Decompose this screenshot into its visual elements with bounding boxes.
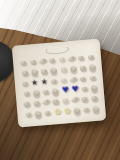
clear-silver-crystal-stud <box>20 68 30 78</box>
clear-silver-crystal-stud <box>22 89 32 99</box>
clear-silver-crystal-stud <box>24 110 34 120</box>
clear-silver-crystal-stud <box>82 105 92 115</box>
royal-blue-stud: ♥ <box>70 85 80 95</box>
clear-silver-crystal-stud <box>49 76 59 86</box>
earring-display-card: ★★♥♥✿✿ <box>12 38 107 127</box>
clear-silver-crystal-stud <box>49 66 59 76</box>
clear-silver-crystal-stud <box>47 56 57 66</box>
clear-silver-crystal-stud <box>40 67 50 77</box>
clear-silver-crystal-stud <box>92 104 102 114</box>
clear-silver-crystal-stud <box>86 53 96 63</box>
clear-silver-crystal-stud <box>41 87 51 97</box>
clear-silver-crystal-stud <box>51 97 61 107</box>
clear-silver-crystal-stud <box>38 57 48 67</box>
clear-silver-crystal-stud <box>61 96 71 106</box>
clear-silver-crystal-stud <box>69 64 79 74</box>
clear-silver-crystal-stud <box>88 63 98 73</box>
clear-silver-crystal-stud <box>69 75 79 85</box>
clear-silver-crystal-stud <box>72 106 82 116</box>
clear-silver-crystal-stud <box>18 58 28 68</box>
clear-silver-crystal-stud <box>57 55 67 65</box>
clear-silver-crystal-stud <box>80 95 90 105</box>
clear-silver-crystal-stud <box>88 73 98 83</box>
clear-silver-crystal-stud <box>77 53 87 63</box>
royal-blue-stud: ♥ <box>61 86 71 96</box>
clear-silver-crystal-stud <box>78 74 88 84</box>
clear-silver-crystal-stud <box>51 87 61 97</box>
clear-silver-crystal-stud <box>90 94 100 104</box>
clear-silver-crystal-stud <box>90 83 100 93</box>
clear-silver-crystal-stud <box>78 64 88 74</box>
photo-scene: ★★♥♥✿✿ <box>0 0 120 160</box>
clear-silver-crystal-stud <box>43 108 53 118</box>
clear-silver-crystal-stud <box>67 54 77 64</box>
clear-silver-crystal-stud <box>33 109 43 119</box>
pale-yellow-flower-stud: ✿ <box>62 106 72 116</box>
clear-silver-crystal-stud <box>20 79 30 89</box>
clear-silver-crystal-stud <box>28 57 38 67</box>
clear-silver-crystal-stud <box>59 76 69 86</box>
clear-silver-crystal-stud <box>59 65 69 75</box>
dark-star-stud: ★ <box>30 78 40 88</box>
earring-grid: ★★♥♥✿✿ <box>18 52 101 120</box>
clear-silver-crystal-stud <box>41 98 51 108</box>
clear-silver-crystal-stud <box>22 99 32 109</box>
clear-silver-crystal-stud <box>32 88 42 98</box>
clear-silver-crystal-stud <box>31 99 41 109</box>
clear-silver-crystal-stud <box>80 84 90 94</box>
clear-silver-crystal-stud <box>30 68 40 78</box>
pale-yellow-flower-stud: ✿ <box>53 107 63 117</box>
clear-silver-crystal-stud <box>70 95 80 105</box>
dark-star-stud: ★ <box>39 77 49 87</box>
